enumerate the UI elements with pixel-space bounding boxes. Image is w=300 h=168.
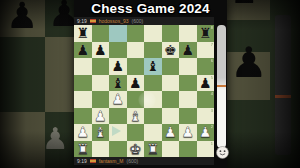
square-f2[interactable]: ♟ <box>162 124 180 141</box>
square-d5[interactable]: ♟ <box>127 75 145 92</box>
piece-black-pawn[interactable]: ♟ <box>179 42 197 59</box>
square-h2[interactable]: ♟2 <box>197 124 215 141</box>
player-bar-bottom: 9:19 fantasm_M (600) <box>74 157 214 165</box>
avatar-emoji-icon <box>216 146 229 159</box>
eval-bar <box>217 25 226 148</box>
square-e8[interactable] <box>144 25 162 42</box>
square-c5[interactable]: ♝ <box>109 75 127 92</box>
square-d8[interactable] <box>127 25 145 42</box>
square-a5[interactable] <box>74 75 92 92</box>
piece-black-pawn[interactable]: ♟ <box>109 58 127 75</box>
square-b3[interactable]: ♟ <box>92 108 110 125</box>
eval-marker <box>217 85 226 87</box>
video-title: Chess Game 2024 <box>74 0 227 17</box>
square-b5[interactable] <box>92 75 110 92</box>
rank-label: 8 <box>211 25 213 30</box>
rank-label: 2 <box>211 124 213 129</box>
arrow-annotation <box>112 126 121 136</box>
square-d6[interactable] <box>127 58 145 75</box>
rank-label: 1 <box>211 141 213 146</box>
piece-black-bishop[interactable]: ♝ <box>144 58 162 75</box>
square-a7[interactable]: ♟ <box>74 42 92 59</box>
rank-label: 3 <box>211 108 213 113</box>
square-h3[interactable]: 3 <box>197 108 215 125</box>
square-a8[interactable]: ♜ <box>74 25 92 42</box>
square-b4[interactable] <box>92 91 110 108</box>
top-player-name: hodossos_93 <box>99 17 129 25</box>
rank-label: 4 <box>211 91 213 96</box>
square-f1[interactable] <box>162 141 180 158</box>
piece-white-pawn[interactable]: ♟ <box>74 124 92 141</box>
square-h6[interactable]: 6 <box>197 58 215 75</box>
bottom-player-rating: (600) <box>126 157 138 165</box>
square-a6[interactable] <box>74 58 92 75</box>
top-player-flag-icon <box>90 19 96 23</box>
piece-white-king[interactable]: ♚ <box>127 141 145 158</box>
rank-label: 5 <box>211 75 213 80</box>
square-g6[interactable] <box>179 58 197 75</box>
square-h7[interactable]: 7 <box>197 42 215 59</box>
square-c6[interactable]: ♟ <box>109 58 127 75</box>
square-a2[interactable]: ♟ <box>74 124 92 141</box>
square-e1[interactable]: ♜ <box>144 141 162 158</box>
square-h4[interactable]: 4 <box>197 91 215 108</box>
piece-white-rook[interactable]: ♜ <box>74 141 92 158</box>
piece-black-pawn[interactable]: ♟ <box>74 42 92 59</box>
square-d1[interactable]: ♚ <box>127 141 145 158</box>
square-h5[interactable]: ♟5 <box>197 75 215 92</box>
square-a3[interactable] <box>74 108 92 125</box>
bottom-player-flag-icon <box>90 159 96 163</box>
square-d3[interactable]: ♝ <box>127 108 145 125</box>
background-right: ♟ ♟ <box>227 0 300 168</box>
app-screenshot: Chess Game 2024 9:19 hodossos_93 (600) ♜… <box>74 0 227 168</box>
square-d7[interactable] <box>127 42 145 59</box>
top-player-rating: (600) <box>131 17 143 25</box>
square-b2[interactable]: ♝ <box>92 124 110 141</box>
square-f7[interactable]: ♚ <box>162 42 180 59</box>
square-e3[interactable] <box>144 108 162 125</box>
square-g4[interactable] <box>179 91 197 108</box>
square-b1[interactable] <box>92 141 110 158</box>
piece-white-pawn[interactable]: ♟ <box>179 124 197 141</box>
rank-label: 6 <box>211 58 213 63</box>
bg-black-pawn-icon: ♟ <box>230 42 268 84</box>
piece-white-pawn[interactable]: ♟ <box>162 124 180 141</box>
ghost-highlight <box>138 91 156 109</box>
square-f8[interactable] <box>162 25 180 42</box>
square-d2[interactable] <box>127 124 145 141</box>
bg-eval-bar <box>275 15 291 155</box>
square-e5[interactable] <box>144 75 162 92</box>
player-bar-top: 9:19 hodossos_93 (600) <box>74 17 214 25</box>
piece-black-king[interactable]: ♚ <box>162 42 180 59</box>
video-frame: ♟ ♟ ♟ ♟ ♟ Chess Game 2024 9:19 hodossos_… <box>0 0 300 168</box>
square-f3[interactable] <box>162 108 180 125</box>
square-c1[interactable] <box>109 141 127 158</box>
rank-label: 7 <box>211 42 213 47</box>
square-c7[interactable] <box>109 42 127 59</box>
piece-black-rook[interactable]: ♜ <box>74 25 92 42</box>
square-g2[interactable]: ♟ <box>179 124 197 141</box>
square-h8[interactable]: ♜8 <box>197 25 215 42</box>
square-g5[interactable] <box>179 75 197 92</box>
square-f5[interactable] <box>162 75 180 92</box>
square-c8[interactable] <box>109 25 127 42</box>
piece-white-bishop[interactable]: ♝ <box>92 124 110 141</box>
square-a4[interactable] <box>74 91 92 108</box>
square-c4[interactable]: ♟ <box>109 91 127 108</box>
bg-square <box>0 112 45 168</box>
bg-black-pawn-icon: ♟ <box>6 0 38 34</box>
bg-eval-tick <box>275 95 291 98</box>
square-b6[interactable] <box>92 58 110 75</box>
square-h1[interactable]: 1 <box>197 141 215 158</box>
square-a1[interactable]: ♜ <box>74 141 92 158</box>
square-c3[interactable] <box>109 108 127 125</box>
background-left: ♟ ♟ ♟ <box>0 0 74 168</box>
bg-square <box>45 37 74 112</box>
square-f4[interactable] <box>162 91 180 108</box>
piece-black-bishop[interactable]: ♝ <box>109 75 127 92</box>
square-g3[interactable] <box>179 108 197 125</box>
bg-black-pawn-icon: ♟ <box>48 0 74 32</box>
square-f6[interactable] <box>162 58 180 75</box>
piece-white-pawn[interactable]: ♟ <box>92 108 110 125</box>
square-g7[interactable]: ♟ <box>179 42 197 59</box>
piece-black-pawn[interactable]: ♟ <box>127 75 145 92</box>
square-g1[interactable] <box>179 141 197 158</box>
square-b7[interactable]: ♟ <box>92 42 110 59</box>
piece-black-pawn[interactable]: ♟ <box>92 42 110 59</box>
square-e6[interactable]: ♝ <box>144 58 162 75</box>
bottom-player-clock: 9:19 <box>77 157 87 165</box>
square-b8[interactable] <box>92 25 110 42</box>
piece-white-pawn[interactable]: ♟ <box>109 91 127 108</box>
square-e7[interactable] <box>144 42 162 59</box>
bg-black-pawn-icon: ♟ <box>231 0 258 8</box>
square-g8[interactable] <box>179 25 197 42</box>
square-e2[interactable] <box>144 124 162 141</box>
piece-white-rook[interactable]: ♜ <box>144 141 162 158</box>
top-player-clock: 9:19 <box>77 17 87 25</box>
bottom-player-name: fantasm_M <box>99 157 124 165</box>
piece-white-bishop[interactable]: ♝ <box>127 108 145 125</box>
bg-gray-pawn-icon: ♟ <box>42 124 69 154</box>
